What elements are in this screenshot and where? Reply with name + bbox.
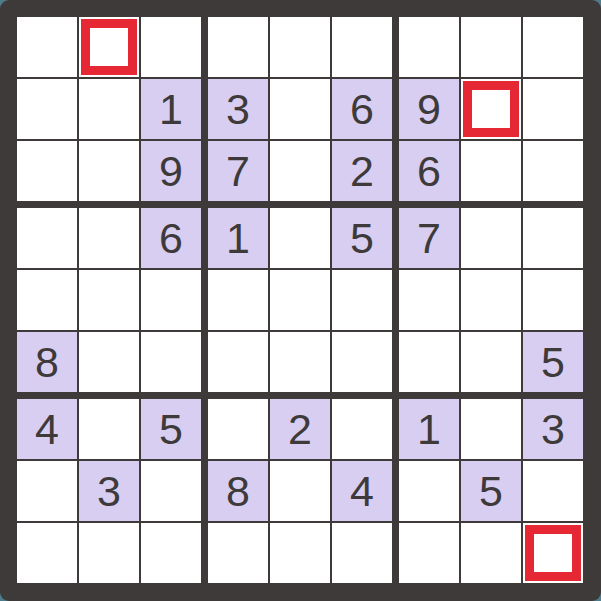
cell-r7c2[interactable] — [79, 399, 139, 459]
cell-r2c2[interactable] — [79, 79, 139, 139]
red-marker — [463, 81, 519, 137]
cell-r4c6: 5 — [332, 208, 392, 268]
cell-r5c3[interactable] — [141, 270, 201, 330]
cell-r9c3[interactable] — [141, 523, 201, 583]
cell-r6c3[interactable] — [141, 332, 201, 392]
cell-r1c1[interactable] — [17, 17, 77, 77]
cell-r8c9[interactable] — [523, 461, 583, 521]
cell-r3c7: 6 — [399, 141, 459, 201]
cell-r9c9[interactable] — [523, 523, 583, 583]
cell-r8c1[interactable] — [17, 461, 77, 521]
cell-r1c6[interactable] — [332, 17, 392, 77]
cell-r6c7[interactable] — [399, 332, 459, 392]
cell-r8c3[interactable] — [141, 461, 201, 521]
cell-r8c6: 4 — [332, 461, 392, 521]
cell-r4c4: 1 — [208, 208, 268, 268]
cell-r4c1[interactable] — [17, 208, 77, 268]
red-marker — [81, 19, 137, 75]
box-9: 135 — [399, 399, 583, 583]
box-1: 19 — [17, 17, 201, 201]
cell-r6c6[interactable] — [332, 332, 392, 392]
box-4: 68 — [17, 208, 201, 392]
cell-r3c5[interactable] — [270, 141, 330, 201]
cell-r6c2[interactable] — [79, 332, 139, 392]
cell-r4c7: 7 — [399, 208, 459, 268]
cell-r8c5[interactable] — [270, 461, 330, 521]
cell-r6c4[interactable] — [208, 332, 268, 392]
cell-r8c2: 3 — [79, 461, 139, 521]
cell-r3c8[interactable] — [461, 141, 521, 201]
cell-r9c1[interactable] — [17, 523, 77, 583]
cell-r5c6[interactable] — [332, 270, 392, 330]
cell-r7c4[interactable] — [208, 399, 268, 459]
cell-r7c7: 1 — [399, 399, 459, 459]
cell-r3c9[interactable] — [523, 141, 583, 201]
cell-r1c3[interactable] — [141, 17, 201, 77]
cell-r5c5[interactable] — [270, 270, 330, 330]
cell-r1c4[interactable] — [208, 17, 268, 77]
cell-r2c7: 9 — [399, 79, 459, 139]
cell-r3c4: 7 — [208, 141, 268, 201]
cell-r8c7[interactable] — [399, 461, 459, 521]
cell-r5c1[interactable] — [17, 270, 77, 330]
cell-r4c3: 6 — [141, 208, 201, 268]
cell-r8c4: 8 — [208, 461, 268, 521]
cell-r6c8[interactable] — [461, 332, 521, 392]
box-6: 75 — [399, 208, 583, 392]
cell-r9c2[interactable] — [79, 523, 139, 583]
cell-r3c6: 2 — [332, 141, 392, 201]
cell-r5c9[interactable] — [523, 270, 583, 330]
cell-r8c8: 5 — [461, 461, 521, 521]
cell-r4c9[interactable] — [523, 208, 583, 268]
cell-r2c1[interactable] — [17, 79, 77, 139]
cell-r6c1: 8 — [17, 332, 77, 392]
cell-r2c5[interactable] — [270, 79, 330, 139]
cell-r3c2[interactable] — [79, 141, 139, 201]
cell-r3c1[interactable] — [17, 141, 77, 201]
cell-r7c9: 3 — [523, 399, 583, 459]
cell-r2c3: 1 — [141, 79, 201, 139]
cell-r3c3: 9 — [141, 141, 201, 201]
box-7: 453 — [17, 399, 201, 583]
cell-r5c4[interactable] — [208, 270, 268, 330]
cell-r7c6[interactable] — [332, 399, 392, 459]
cell-r7c8[interactable] — [461, 399, 521, 459]
cell-r9c4[interactable] — [208, 523, 268, 583]
cell-r1c7[interactable] — [399, 17, 459, 77]
cell-r1c5[interactable] — [270, 17, 330, 77]
sudoku-board: 19367296681575453284135 — [0, 0, 601, 601]
cell-r7c5: 2 — [270, 399, 330, 459]
box-3: 96 — [399, 17, 583, 201]
cell-r2c8[interactable] — [461, 79, 521, 139]
cell-r6c9: 5 — [523, 332, 583, 392]
box-2: 3672 — [208, 17, 392, 201]
box-8: 284 — [208, 399, 392, 583]
cell-r5c8[interactable] — [461, 270, 521, 330]
cell-r9c8[interactable] — [461, 523, 521, 583]
cell-r4c5[interactable] — [270, 208, 330, 268]
cell-r6c5[interactable] — [270, 332, 330, 392]
cell-r5c2[interactable] — [79, 270, 139, 330]
cell-r4c8[interactable] — [461, 208, 521, 268]
cell-r1c9[interactable] — [523, 17, 583, 77]
cell-r2c6: 6 — [332, 79, 392, 139]
red-marker — [525, 525, 581, 581]
cell-r7c1: 4 — [17, 399, 77, 459]
cell-r7c3: 5 — [141, 399, 201, 459]
cell-r5c7[interactable] — [399, 270, 459, 330]
cell-r9c7[interactable] — [399, 523, 459, 583]
cell-r2c4: 3 — [208, 79, 268, 139]
cell-r9c6[interactable] — [332, 523, 392, 583]
cell-r2c9[interactable] — [523, 79, 583, 139]
cell-r4c2[interactable] — [79, 208, 139, 268]
cell-r1c2[interactable] — [79, 17, 139, 77]
box-5: 15 — [208, 208, 392, 392]
cell-r9c5[interactable] — [270, 523, 330, 583]
cell-r1c8[interactable] — [461, 17, 521, 77]
